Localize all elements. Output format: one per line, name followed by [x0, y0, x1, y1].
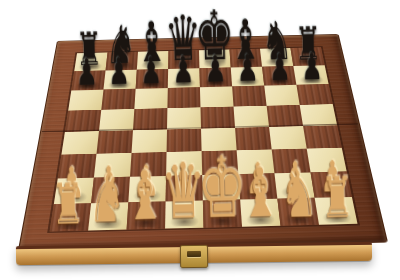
latch-slot — [187, 251, 201, 257]
square-e5[interactable] — [200, 107, 235, 129]
square-f5[interactable] — [234, 106, 270, 128]
square-h1[interactable]: ♜ — [315, 197, 358, 225]
square-h6[interactable] — [296, 84, 332, 105]
square-a7[interactable]: ♟ — [71, 71, 105, 91]
black-pawn[interactable]: ♟ — [108, 54, 130, 90]
square-f7[interactable]: ♟ — [231, 67, 265, 87]
square-c6[interactable] — [134, 88, 167, 109]
black-pawn[interactable]: ♟ — [140, 53, 162, 89]
square-b1[interactable]: ♞ — [88, 202, 128, 230]
brass-latch-icon — [180, 245, 208, 268]
black-pawn[interactable]: ♟ — [301, 49, 323, 85]
black-pawn[interactable]: ♟ — [269, 50, 291, 86]
square-h7[interactable]: ♟ — [293, 65, 328, 85]
square-h5[interactable] — [300, 104, 337, 126]
square-e1[interactable]: ♚ — [203, 200, 242, 228]
white-knight[interactable]: ♞ — [87, 168, 126, 230]
photo-stage: ♜♞♝♛♚♝♞♜♟♟♟♟♟♟♟♟♟♟♟♟♟♟♟♟♜♞♝♛♚♝♞♜ — [0, 0, 400, 280]
board-grid: ♜♞♝♛♚♝♞♜♟♟♟♟♟♟♟♟♟♟♟♟♟♟♟♟♜♞♝♛♚♝♞♜ — [50, 47, 358, 231]
white-bishop[interactable]: ♝ — [124, 164, 165, 229]
black-pawn[interactable]: ♟ — [204, 52, 226, 88]
square-b7[interactable]: ♟ — [103, 70, 136, 90]
black-pawn[interactable]: ♟ — [237, 51, 259, 87]
square-g4[interactable] — [269, 126, 307, 149]
scene: ♜♞♝♛♚♝♞♜♟♟♟♟♟♟♟♟♟♟♟♟♟♟♟♟♜♞♝♛♚♝♞♜ — [0, 0, 400, 280]
square-c7[interactable]: ♟ — [136, 69, 169, 89]
square-b6[interactable] — [101, 89, 135, 110]
square-d6[interactable] — [167, 87, 200, 108]
white-knight[interactable]: ♞ — [279, 163, 318, 225]
white-rook[interactable]: ♜ — [321, 171, 355, 225]
square-b5[interactable] — [99, 109, 134, 131]
square-d7[interactable]: ♟ — [168, 68, 200, 88]
black-pawn[interactable]: ♟ — [76, 55, 98, 91]
square-c5[interactable] — [133, 108, 167, 130]
square-d5[interactable] — [167, 107, 201, 129]
square-h4[interactable] — [303, 125, 342, 148]
square-g7[interactable]: ♟ — [262, 66, 296, 86]
square-a4[interactable] — [61, 131, 98, 154]
square-e7[interactable]: ♟ — [199, 67, 232, 87]
square-a1[interactable]: ♜ — [50, 203, 91, 231]
square-d1[interactable]: ♛ — [165, 201, 203, 229]
square-c1[interactable]: ♝ — [127, 201, 166, 229]
square-f6[interactable] — [232, 86, 266, 107]
square-g1[interactable]: ♞ — [277, 198, 319, 226]
white-queen[interactable]: ♛ — [160, 155, 207, 229]
white-rook[interactable]: ♜ — [51, 177, 85, 231]
square-e6[interactable] — [200, 86, 234, 107]
board-frame: ♜♞♝♛♚♝♞♜♟♟♟♟♟♟♟♟♟♟♟♟♟♟♟♟♜♞♝♛♚♝♞♜ — [18, 34, 388, 251]
chess-board: ♜♞♝♛♚♝♞♜♟♟♟♟♟♟♟♟♟♟♟♟♟♟♟♟♜♞♝♛♚♝♞♜ — [18, 34, 388, 251]
square-g6[interactable] — [264, 85, 299, 106]
square-g5[interactable] — [267, 105, 303, 127]
square-a6[interactable] — [68, 90, 103, 111]
square-a5[interactable] — [65, 110, 101, 132]
square-b4[interactable] — [96, 130, 132, 153]
black-pawn[interactable]: ♟ — [172, 52, 194, 88]
